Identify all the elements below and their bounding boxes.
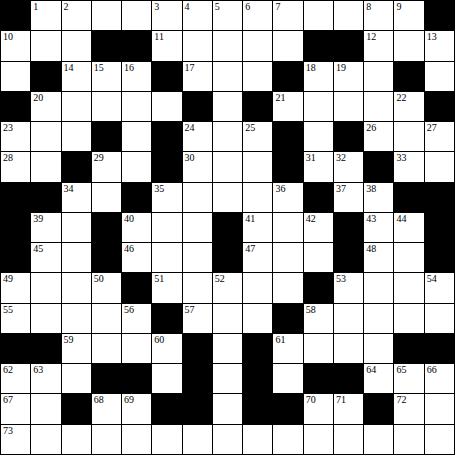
- cell-r13-c0[interactable]: 67: [1, 394, 30, 423]
- cell-r7-c9[interactable]: [273, 213, 302, 242]
- cell-r9-c6[interactable]: [183, 273, 212, 302]
- cell-r5-c4[interactable]: [122, 152, 151, 181]
- cell-r1-c7[interactable]: [213, 31, 242, 60]
- clue-number: 5: [215, 1, 220, 13]
- black-cell-r3-c14: [425, 92, 454, 121]
- black-cell-r13-c12: [364, 394, 393, 423]
- clue-number: 18: [306, 62, 316, 74]
- clue-number: 69: [124, 394, 134, 406]
- clue-number: 17: [185, 62, 195, 74]
- black-cell-r1-c4: [122, 31, 151, 60]
- black-cell-r7-c14: [425, 213, 454, 242]
- cell-r12-c12[interactable]: 64: [364, 364, 393, 393]
- cell-r10-c3[interactable]: [92, 304, 121, 333]
- cell-r1-c9[interactable]: [273, 31, 302, 60]
- cell-r6-c2[interactable]: 34: [62, 183, 91, 212]
- cell-r8-c13[interactable]: [394, 243, 423, 272]
- cell-r2-c12[interactable]: [364, 62, 393, 91]
- clue-number: 38: [366, 183, 376, 195]
- cell-r6-c9[interactable]: 36: [273, 183, 302, 212]
- black-cell-r4-c5: [152, 122, 181, 151]
- cell-r3-c5[interactable]: [152, 92, 181, 121]
- cell-r11-c9[interactable]: 61: [273, 334, 302, 363]
- black-cell-r12-c11: [334, 364, 363, 393]
- cell-r14-c7[interactable]: [213, 425, 242, 454]
- cell-r14-c1[interactable]: [31, 425, 60, 454]
- cell-r5-c8[interactable]: [243, 152, 272, 181]
- clue-number: 59: [64, 334, 74, 346]
- cell-r2-c2[interactable]: 14: [62, 62, 91, 91]
- cell-r14-c6[interactable]: [183, 425, 212, 454]
- cell-r11-c4[interactable]: [122, 334, 151, 363]
- black-cell-r9-c4: [122, 273, 151, 302]
- cell-r4-c2[interactable]: [62, 122, 91, 151]
- black-cell-r8-c3: [92, 243, 121, 272]
- cell-r14-c12[interactable]: [364, 425, 393, 454]
- cell-r6-c6[interactable]: [183, 183, 212, 212]
- crossword-grid: 1234567891011121314151617181920212223242…: [0, 0, 455, 455]
- clue-number: 24: [185, 122, 195, 134]
- cell-r5-c10[interactable]: 31: [304, 152, 333, 181]
- cell-r8-c2[interactable]: [62, 243, 91, 272]
- clue-number: 68: [94, 394, 104, 406]
- cell-r4-c4[interactable]: [122, 122, 151, 151]
- clue-number: 62: [3, 364, 13, 376]
- clue-number: 48: [366, 243, 376, 255]
- cell-r10-c10[interactable]: 58: [304, 304, 333, 333]
- black-cell-r13-c5: [152, 394, 181, 423]
- cell-r3-c2[interactable]: [62, 92, 91, 121]
- clue-number: 46: [124, 243, 134, 255]
- cell-r7-c10[interactable]: 42: [304, 213, 333, 242]
- cell-r7-c12[interactable]: 43: [364, 213, 393, 242]
- cell-r9-c0[interactable]: 49: [1, 273, 30, 302]
- cell-r9-c5[interactable]: 51: [152, 273, 181, 302]
- cell-r4-c13[interactable]: [394, 122, 423, 151]
- clue-number: 72: [396, 394, 406, 406]
- black-cell-r1-c10: [304, 31, 333, 60]
- cell-r2-c7[interactable]: [213, 62, 242, 91]
- clue-number: 33: [396, 152, 406, 164]
- cell-r14-c9[interactable]: [273, 425, 302, 454]
- cell-r11-c2[interactable]: 59: [62, 334, 91, 363]
- black-cell-r3-c8: [243, 92, 272, 121]
- clue-number: 20: [33, 92, 43, 104]
- clue-number: 42: [306, 213, 316, 225]
- cell-r14-c13[interactable]: [394, 425, 423, 454]
- black-cell-r12-c8: [243, 364, 272, 393]
- cell-r2-c6[interactable]: 17: [183, 62, 212, 91]
- cell-r14-c5[interactable]: [152, 425, 181, 454]
- cell-r13-c4[interactable]: 69: [122, 394, 151, 423]
- cell-r1-c12[interactable]: 12: [364, 31, 393, 60]
- cell-r14-c8[interactable]: [243, 425, 272, 454]
- cell-r0-c1[interactable]: 1: [31, 1, 60, 30]
- cell-r10-c11[interactable]: [334, 304, 363, 333]
- black-cell-r4-c3: [92, 122, 121, 151]
- black-cell-r13-c8: [243, 394, 272, 423]
- cell-r0-c12[interactable]: 8: [364, 1, 393, 30]
- clue-number: 28: [3, 152, 13, 164]
- cell-r8-c10[interactable]: [304, 243, 333, 272]
- cell-r4-c6[interactable]: 24: [183, 122, 212, 151]
- clue-number: 47: [245, 243, 255, 255]
- cell-r9-c1[interactable]: [31, 273, 60, 302]
- clue-number: 8: [366, 1, 371, 13]
- clue-number: 54: [427, 273, 437, 285]
- black-cell-r11-c8: [243, 334, 272, 363]
- cell-r4-c1[interactable]: [31, 122, 60, 151]
- clue-number: 67: [3, 394, 13, 406]
- cell-r7-c4[interactable]: 40: [122, 213, 151, 242]
- clue-number: 49: [3, 273, 13, 285]
- black-cell-r5-c12: [364, 152, 393, 181]
- black-cell-r13-c2: [62, 394, 91, 423]
- clue-number: 6: [245, 1, 250, 13]
- black-cell-r0-c0: [1, 1, 30, 30]
- clue-number: 7: [275, 1, 280, 13]
- black-cell-r3-c0: [1, 92, 30, 121]
- black-cell-r11-c1: [31, 334, 60, 363]
- black-cell-r10-c5: [152, 304, 181, 333]
- cell-r12-c9[interactable]: [273, 364, 302, 393]
- clue-number: 50: [94, 273, 104, 285]
- clue-number: 70: [306, 394, 316, 406]
- cell-r0-c3[interactable]: [92, 1, 121, 30]
- black-cell-r8-c7: [213, 243, 242, 272]
- cell-r11-c12[interactable]: [364, 334, 393, 363]
- cell-r3-c1[interactable]: 20: [31, 92, 60, 121]
- cell-r7-c6[interactable]: [183, 213, 212, 242]
- cell-r10-c12[interactable]: [364, 304, 393, 333]
- cell-r14-c3[interactable]: [92, 425, 121, 454]
- clue-number: 34: [64, 183, 74, 195]
- cell-r11-c3[interactable]: [92, 334, 121, 363]
- black-cell-r6-c0: [1, 183, 30, 212]
- clue-number: 21: [275, 92, 285, 104]
- cell-r9-c13[interactable]: [394, 273, 423, 302]
- clue-number: 63: [33, 364, 43, 376]
- cell-r2-c3[interactable]: 15: [92, 62, 121, 91]
- cell-r5-c6[interactable]: 30: [183, 152, 212, 181]
- cell-r2-c11[interactable]: 19: [334, 62, 363, 91]
- cell-r0-c10[interactable]: [304, 1, 333, 30]
- cell-r9-c9[interactable]: [273, 273, 302, 302]
- cell-r1-c14[interactable]: 13: [425, 31, 454, 60]
- cell-r5-c0[interactable]: 28: [1, 152, 30, 181]
- black-cell-r2-c5: [152, 62, 181, 91]
- cell-r4-c12[interactable]: 26: [364, 122, 393, 151]
- clue-number: 30: [185, 152, 195, 164]
- clue-number: 51: [154, 273, 164, 285]
- black-cell-r7-c0: [1, 213, 30, 242]
- cell-r14-c11[interactable]: [334, 425, 363, 454]
- black-cell-r7-c3: [92, 213, 121, 242]
- clue-number: 22: [396, 92, 406, 104]
- cell-r8-c4[interactable]: 46: [122, 243, 151, 272]
- cell-r2-c0[interactable]: [1, 62, 30, 91]
- cell-r12-c5[interactable]: [152, 364, 181, 393]
- black-cell-r2-c9: [273, 62, 302, 91]
- cell-r6-c12[interactable]: 38: [364, 183, 393, 212]
- black-cell-r12-c6: [183, 364, 212, 393]
- clue-number: 57: [185, 304, 195, 316]
- cell-r0-c2[interactable]: 2: [62, 1, 91, 30]
- cell-r3-c12[interactable]: [364, 92, 393, 121]
- clue-number: 32: [336, 152, 346, 164]
- clue-number: 31: [306, 152, 316, 164]
- cell-r5-c14[interactable]: [425, 152, 454, 181]
- cell-r8-c6[interactable]: [183, 243, 212, 272]
- clue-number: 12: [366, 31, 376, 43]
- clue-number: 44: [396, 213, 406, 225]
- cell-r9-c8[interactable]: [243, 273, 272, 302]
- cell-r6-c11[interactable]: 37: [334, 183, 363, 212]
- black-cell-r13-c9: [273, 394, 302, 423]
- clue-number: 39: [33, 213, 43, 225]
- cell-r6-c3[interactable]: [92, 183, 121, 212]
- clue-number: 10: [3, 31, 13, 43]
- clue-number: 56: [124, 304, 134, 316]
- clue-number: 29: [94, 152, 104, 164]
- cell-r2-c14[interactable]: [425, 62, 454, 91]
- cell-r13-c14[interactable]: [425, 394, 454, 423]
- black-cell-r11-c14: [425, 334, 454, 363]
- cell-r8-c8[interactable]: 47: [243, 243, 272, 272]
- cell-r1-c1[interactable]: [31, 31, 60, 60]
- black-cell-r1-c3: [92, 31, 121, 60]
- cell-r13-c11[interactable]: 71: [334, 394, 363, 423]
- clue-number: 9: [396, 1, 401, 13]
- clue-number: 23: [3, 122, 13, 134]
- cell-r3-c7[interactable]: [213, 92, 242, 121]
- black-cell-r6-c4: [122, 183, 151, 212]
- black-cell-r7-c7: [213, 213, 242, 242]
- black-cell-r8-c11: [334, 243, 363, 272]
- black-cell-r2-c13: [394, 62, 423, 91]
- black-cell-r7-c11: [334, 213, 363, 242]
- clue-number: 26: [366, 122, 376, 134]
- black-cell-r9-c10: [304, 273, 333, 302]
- cell-r1-c6[interactable]: [183, 31, 212, 60]
- black-cell-r5-c2: [62, 152, 91, 181]
- clue-number: 37: [336, 183, 346, 195]
- clue-number: 64: [366, 364, 376, 376]
- cell-r3-c4[interactable]: [122, 92, 151, 121]
- cell-r4-c8[interactable]: 25: [243, 122, 272, 151]
- cell-r8-c1[interactable]: 45: [31, 243, 60, 272]
- cell-r13-c3[interactable]: 68: [92, 394, 121, 423]
- cell-r5-c1[interactable]: [31, 152, 60, 181]
- cell-r12-c7[interactable]: [213, 364, 242, 393]
- cell-r5-c13[interactable]: 33: [394, 152, 423, 181]
- cell-r10-c4[interactable]: 56: [122, 304, 151, 333]
- cell-r7-c5[interactable]: [152, 213, 181, 242]
- cell-r6-c7[interactable]: [213, 183, 242, 212]
- black-cell-r11-c13: [394, 334, 423, 363]
- cell-r7-c1[interactable]: 39: [31, 213, 60, 242]
- cell-r1-c8[interactable]: [243, 31, 272, 60]
- clue-number: 35: [154, 183, 164, 195]
- black-cell-r5-c9: [273, 152, 302, 181]
- black-cell-r6-c13: [394, 183, 423, 212]
- black-cell-r10-c9: [273, 304, 302, 333]
- cell-r0-c8[interactable]: 6: [243, 1, 272, 30]
- cell-r9-c7[interactable]: 52: [213, 273, 242, 302]
- clue-number: 55: [3, 304, 13, 316]
- cell-r9-c2[interactable]: [62, 273, 91, 302]
- clue-number: 2: [64, 1, 69, 13]
- cell-r12-c2[interactable]: [62, 364, 91, 393]
- cell-r13-c7[interactable]: [213, 394, 242, 423]
- black-cell-r6-c1: [31, 183, 60, 212]
- cell-r2-c10[interactable]: 18: [304, 62, 333, 91]
- black-cell-r12-c4: [122, 364, 151, 393]
- cell-r13-c10[interactable]: 70: [304, 394, 333, 423]
- black-cell-r0-c14: [425, 1, 454, 30]
- cell-r3-c10[interactable]: [304, 92, 333, 121]
- clue-number: 65: [396, 364, 406, 376]
- cell-r4-c14[interactable]: 27: [425, 122, 454, 151]
- clue-number: 53: [336, 273, 346, 285]
- clue-number: 58: [306, 304, 316, 316]
- black-cell-r5-c5: [152, 152, 181, 181]
- cell-r4-c0[interactable]: 23: [1, 122, 30, 151]
- cell-r7-c13[interactable]: 44: [394, 213, 423, 242]
- cell-r3-c11[interactable]: [334, 92, 363, 121]
- cell-r11-c10[interactable]: [304, 334, 333, 363]
- cell-r10-c8[interactable]: [243, 304, 272, 333]
- cell-r11-c5[interactable]: 60: [152, 334, 181, 363]
- cell-r7-c2[interactable]: [62, 213, 91, 242]
- clue-number: 11: [154, 31, 164, 43]
- cell-r8-c9[interactable]: [273, 243, 302, 272]
- cell-r8-c5[interactable]: [152, 243, 181, 272]
- cell-r11-c7[interactable]: [213, 334, 242, 363]
- cell-r10-c13[interactable]: [394, 304, 423, 333]
- cell-r0-c4[interactable]: [122, 1, 151, 30]
- cell-r4-c10[interactable]: [304, 122, 333, 151]
- cell-r2-c8[interactable]: [243, 62, 272, 91]
- black-cell-r13-c6: [183, 394, 212, 423]
- black-cell-r2-c1: [31, 62, 60, 91]
- black-cell-r11-c6: [183, 334, 212, 363]
- black-cell-r11-c0: [1, 334, 30, 363]
- cell-r0-c6[interactable]: 4: [183, 1, 212, 30]
- cell-r2-c4[interactable]: 16: [122, 62, 151, 91]
- cell-r14-c2[interactable]: [62, 425, 91, 454]
- cell-r12-c1[interactable]: 63: [31, 364, 60, 393]
- black-cell-r8-c0: [1, 243, 30, 272]
- cell-r12-c0[interactable]: 62: [1, 364, 30, 393]
- cell-r1-c0[interactable]: 10: [1, 31, 30, 60]
- cell-r0-c11[interactable]: [334, 1, 363, 30]
- cell-r9-c3[interactable]: 50: [92, 273, 121, 302]
- cell-r14-c14[interactable]: [425, 425, 454, 454]
- cell-r9-c11[interactable]: 53: [334, 273, 363, 302]
- cell-r9-c12[interactable]: [364, 273, 393, 302]
- cell-r3-c13[interactable]: 22: [394, 92, 423, 121]
- clue-number: 41: [245, 213, 255, 225]
- cell-r11-c11[interactable]: [334, 334, 363, 363]
- clue-number: 52: [215, 273, 225, 285]
- cell-r10-c1[interactable]: [31, 304, 60, 333]
- clue-number: 60: [154, 334, 164, 346]
- clue-number: 40: [124, 213, 134, 225]
- cell-r4-c7[interactable]: [213, 122, 242, 151]
- cell-r10-c2[interactable]: [62, 304, 91, 333]
- clue-number: 25: [245, 122, 255, 134]
- black-cell-r12-c3: [92, 364, 121, 393]
- clue-number: 15: [94, 62, 104, 74]
- clue-number: 3: [154, 1, 159, 13]
- black-cell-r1-c11: [334, 31, 363, 60]
- clue-number: 4: [185, 1, 190, 13]
- black-cell-r8-c14: [425, 243, 454, 272]
- cell-r3-c9[interactable]: 21: [273, 92, 302, 121]
- clue-number: 27: [427, 122, 437, 134]
- cell-r0-c13[interactable]: 9: [394, 1, 423, 30]
- cell-r5-c3[interactable]: 29: [92, 152, 121, 181]
- clue-number: 14: [64, 62, 74, 74]
- cell-r9-c14[interactable]: 54: [425, 273, 454, 302]
- clue-number: 43: [366, 213, 376, 225]
- clue-number: 61: [275, 334, 285, 346]
- cell-r12-c14[interactable]: 66: [425, 364, 454, 393]
- cell-r6-c8[interactable]: [243, 183, 272, 212]
- cell-r3-c3[interactable]: [92, 92, 121, 121]
- clue-number: 71: [336, 394, 346, 406]
- clue-number: 16: [124, 62, 134, 74]
- black-cell-r12-c10: [304, 364, 333, 393]
- cell-r0-c9[interactable]: 7: [273, 1, 302, 30]
- black-cell-r6-c14: [425, 183, 454, 212]
- black-cell-r4-c11: [334, 122, 363, 151]
- cell-r10-c7[interactable]: [213, 304, 242, 333]
- black-cell-r3-c6: [183, 92, 212, 121]
- cell-r8-c12[interactable]: 48: [364, 243, 393, 272]
- clue-number: 73: [3, 425, 13, 437]
- cell-r10-c6[interactable]: 57: [183, 304, 212, 333]
- cell-r12-c13[interactable]: 65: [394, 364, 423, 393]
- clue-number: 66: [427, 364, 437, 376]
- black-cell-r6-c10: [304, 183, 333, 212]
- cell-r1-c5[interactable]: 11: [152, 31, 181, 60]
- cell-r0-c5[interactable]: 3: [152, 1, 181, 30]
- cell-r5-c7[interactable]: [213, 152, 242, 181]
- clue-number: 19: [336, 62, 346, 74]
- clue-number: 36: [275, 183, 285, 195]
- cell-r13-c1[interactable]: [31, 394, 60, 423]
- cell-r1-c2[interactable]: [62, 31, 91, 60]
- black-cell-r4-c9: [273, 122, 302, 151]
- cell-r6-c5[interactable]: 35: [152, 183, 181, 212]
- clue-number: 45: [33, 243, 43, 255]
- cell-r0-c7[interactable]: 5: [213, 1, 242, 30]
- cell-r1-c13[interactable]: [394, 31, 423, 60]
- cell-r14-c10[interactable]: [304, 425, 333, 454]
- cell-r10-c0[interactable]: 55: [1, 304, 30, 333]
- cell-r10-c14[interactable]: [425, 304, 454, 333]
- cell-r5-c11[interactable]: 32: [334, 152, 363, 181]
- cell-r13-c13[interactable]: 72: [394, 394, 423, 423]
- cell-r14-c4[interactable]: [122, 425, 151, 454]
- clue-number: 13: [427, 31, 437, 43]
- cell-r7-c8[interactable]: 41: [243, 213, 272, 242]
- clue-number: 1: [33, 1, 38, 13]
- cell-r14-c0[interactable]: 73: [1, 425, 30, 454]
